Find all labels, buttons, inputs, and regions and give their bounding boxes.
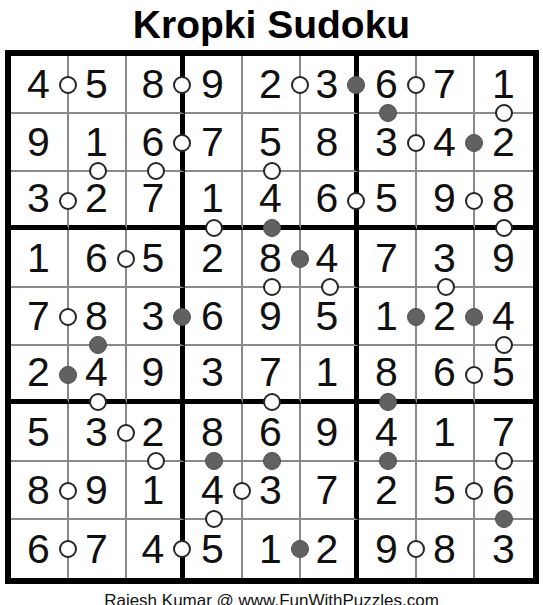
cell-r9c4[interactable]: 5	[185, 520, 243, 578]
cell-r9c3[interactable]: 4	[127, 520, 185, 578]
cell-r6c3[interactable]: 9	[127, 346, 185, 404]
cell-r3c7[interactable]: 5	[359, 172, 417, 230]
cell-r7c5[interactable]: 6	[243, 404, 301, 462]
cell-r5c1[interactable]: 7	[11, 288, 69, 346]
attribution: Rajesh Kumar @ www.FunWithPuzzles.com	[0, 591, 543, 605]
cell-r4c2[interactable]: 6	[69, 230, 127, 288]
cell-r4c9[interactable]: 9	[475, 230, 533, 288]
cell-r7c7[interactable]: 4	[359, 404, 417, 462]
cell-r9c6[interactable]: 2	[301, 520, 359, 578]
page-title: Kropki Sudoku	[0, 0, 543, 50]
cell-r1c7[interactable]: 6	[359, 56, 417, 114]
cell-r9c7[interactable]: 9	[359, 520, 417, 578]
cell-r1c1[interactable]: 4	[11, 56, 69, 114]
cell-r4c8[interactable]: 3	[417, 230, 475, 288]
cell-r1c8[interactable]: 7	[417, 56, 475, 114]
cell-r5c4[interactable]: 6	[185, 288, 243, 346]
cell-r3c6[interactable]: 6	[301, 172, 359, 230]
cell-r6c5[interactable]: 7	[243, 346, 301, 404]
cell-r2c2[interactable]: 1	[69, 114, 127, 172]
cell-r3c2[interactable]: 2	[69, 172, 127, 230]
cell-r8c2[interactable]: 9	[69, 462, 127, 520]
cell-r5c7[interactable]: 1	[359, 288, 417, 346]
cell-r5c9[interactable]: 4	[475, 288, 533, 346]
cell-r9c9[interactable]: 3	[475, 520, 533, 578]
cell-r7c4[interactable]: 8	[185, 404, 243, 462]
cell-r9c5[interactable]: 1	[243, 520, 301, 578]
cell-r1c2[interactable]: 5	[69, 56, 127, 114]
cell-r2c7[interactable]: 3	[359, 114, 417, 172]
cell-r4c7[interactable]: 7	[359, 230, 417, 288]
cell-r5c8[interactable]: 2	[417, 288, 475, 346]
cell-r9c8[interactable]: 8	[417, 520, 475, 578]
cell-r6c1[interactable]: 2	[11, 346, 69, 404]
cell-r2c5[interactable]: 5	[243, 114, 301, 172]
cell-r6c7[interactable]: 8	[359, 346, 417, 404]
cell-r9c1[interactable]: 6	[11, 520, 69, 578]
cell-r8c8[interactable]: 5	[417, 462, 475, 520]
cell-r9c2[interactable]: 7	[69, 520, 127, 578]
cell-r8c4[interactable]: 4	[185, 462, 243, 520]
cell-r1c3[interactable]: 8	[127, 56, 185, 114]
cell-r4c3[interactable]: 5	[127, 230, 185, 288]
cell-r3c9[interactable]: 8	[475, 172, 533, 230]
cell-r2c4[interactable]: 7	[185, 114, 243, 172]
cell-r3c5[interactable]: 4	[243, 172, 301, 230]
cell-r1c6[interactable]: 3	[301, 56, 359, 114]
cell-r4c6[interactable]: 4	[301, 230, 359, 288]
cell-r4c1[interactable]: 1	[11, 230, 69, 288]
cell-r1c5[interactable]: 2	[243, 56, 301, 114]
cell-r2c8[interactable]: 4	[417, 114, 475, 172]
cell-r8c6[interactable]: 7	[301, 462, 359, 520]
cell-r8c9[interactable]: 6	[475, 462, 533, 520]
cell-r3c3[interactable]: 7	[127, 172, 185, 230]
cell-r6c9[interactable]: 5	[475, 346, 533, 404]
cell-r2c3[interactable]: 6	[127, 114, 185, 172]
cell-r6c6[interactable]: 1	[301, 346, 359, 404]
cell-r4c4[interactable]: 2	[185, 230, 243, 288]
cell-r7c3[interactable]: 2	[127, 404, 185, 462]
cell-r8c1[interactable]: 8	[11, 462, 69, 520]
cell-r2c9[interactable]: 2	[475, 114, 533, 172]
cell-r7c8[interactable]: 1	[417, 404, 475, 462]
grid-cells: 4589236719167583423271465981652847397836…	[11, 56, 533, 578]
cell-r7c6[interactable]: 9	[301, 404, 359, 462]
cell-r8c7[interactable]: 2	[359, 462, 417, 520]
cell-r2c1[interactable]: 9	[11, 114, 69, 172]
cell-r6c2[interactable]: 4	[69, 346, 127, 404]
cell-r5c3[interactable]: 3	[127, 288, 185, 346]
cell-r5c6[interactable]: 5	[301, 288, 359, 346]
cell-r7c2[interactable]: 3	[69, 404, 127, 462]
cell-r5c2[interactable]: 8	[69, 288, 127, 346]
cell-r7c1[interactable]: 5	[11, 404, 69, 462]
cell-r8c3[interactable]: 1	[127, 462, 185, 520]
cell-r5c5[interactable]: 9	[243, 288, 301, 346]
cell-r3c1[interactable]: 3	[11, 172, 69, 230]
cell-r8c5[interactable]: 3	[243, 462, 301, 520]
cell-r7c9[interactable]: 7	[475, 404, 533, 462]
cell-r3c4[interactable]: 1	[185, 172, 243, 230]
cell-r6c4[interactable]: 3	[185, 346, 243, 404]
cell-r3c8[interactable]: 9	[417, 172, 475, 230]
cell-r1c4[interactable]: 9	[185, 56, 243, 114]
cell-r6c8[interactable]: 6	[417, 346, 475, 404]
cell-r4c5[interactable]: 8	[243, 230, 301, 288]
cell-r1c9[interactable]: 1	[475, 56, 533, 114]
sudoku-board: 4589236719167583423271465981652847397836…	[5, 50, 539, 584]
cell-r2c6[interactable]: 8	[301, 114, 359, 172]
